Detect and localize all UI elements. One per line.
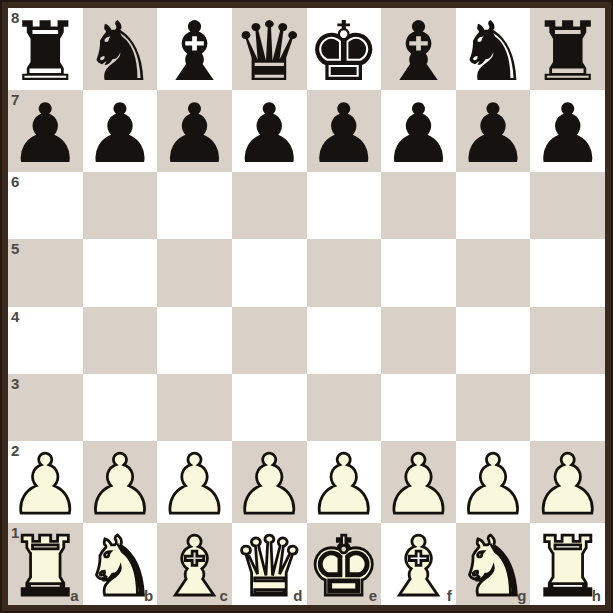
- square-b2[interactable]: ♟: [83, 441, 158, 523]
- square-c8[interactable]: ♝: [157, 8, 232, 90]
- square-c1[interactable]: c♝: [157, 523, 232, 605]
- piece-white-bishop-f1[interactable]: ♝: [382, 526, 456, 608]
- square-e4[interactable]: [307, 307, 382, 374]
- piece-white-pawn-a2[interactable]: ♟: [9, 444, 83, 526]
- piece-black-pawn-f7[interactable]: ♟: [382, 93, 456, 175]
- square-g7[interactable]: ♟: [456, 90, 531, 172]
- square-b3[interactable]: [83, 374, 158, 441]
- square-h2[interactable]: ♟: [530, 441, 605, 523]
- piece-white-pawn-c2[interactable]: ♟: [158, 444, 232, 526]
- piece-white-knight-b1[interactable]: ♞: [83, 526, 157, 608]
- square-c2[interactable]: ♟: [157, 441, 232, 523]
- square-c5[interactable]: [157, 239, 232, 306]
- piece-black-knight-b8[interactable]: ♞: [83, 11, 157, 93]
- square-b6[interactable]: [83, 172, 158, 239]
- square-g1[interactable]: g♞: [456, 523, 531, 605]
- square-c6[interactable]: [157, 172, 232, 239]
- square-f2[interactable]: ♟: [381, 441, 456, 523]
- square-a7[interactable]: 7♟: [8, 90, 83, 172]
- square-a4[interactable]: 4: [8, 307, 83, 374]
- square-d4[interactable]: [232, 307, 307, 374]
- piece-white-queen-d1[interactable]: ♛: [232, 526, 306, 608]
- square-h4[interactable]: [530, 307, 605, 374]
- piece-white-pawn-d2[interactable]: ♟: [232, 444, 306, 526]
- square-h1[interactable]: h♜: [530, 523, 605, 605]
- square-e6[interactable]: [307, 172, 382, 239]
- piece-black-bishop-c8[interactable]: ♝: [158, 11, 232, 93]
- square-d2[interactable]: ♟: [232, 441, 307, 523]
- piece-black-pawn-g7[interactable]: ♟: [456, 93, 530, 175]
- piece-black-rook-h8[interactable]: ♜: [531, 11, 605, 93]
- square-b8[interactable]: ♞: [83, 8, 158, 90]
- square-a8[interactable]: 8♜: [8, 8, 83, 90]
- rank-label-6: 6: [11, 174, 19, 189]
- piece-black-pawn-a7[interactable]: ♟: [9, 93, 83, 175]
- piece-white-pawn-g2[interactable]: ♟: [456, 444, 530, 526]
- piece-white-pawn-h2[interactable]: ♟: [531, 444, 605, 526]
- square-a1[interactable]: 1a♜: [8, 523, 83, 605]
- board-frame-inner: 8♜♞♝♛♚♝♞♜7♟♟♟♟♟♟♟♟65432♟♟♟♟♟♟♟♟1a♜b♞c♝d♛…: [2, 2, 611, 611]
- square-e2[interactable]: ♟: [307, 441, 382, 523]
- square-h8[interactable]: ♜: [530, 8, 605, 90]
- piece-white-pawn-e2[interactable]: ♟: [307, 444, 381, 526]
- square-g5[interactable]: [456, 239, 531, 306]
- square-a3[interactable]: 3: [8, 374, 83, 441]
- square-b5[interactable]: [83, 239, 158, 306]
- square-d7[interactable]: ♟: [232, 90, 307, 172]
- piece-black-rook-a8[interactable]: ♜: [9, 11, 83, 93]
- square-c7[interactable]: ♟: [157, 90, 232, 172]
- piece-black-pawn-e7[interactable]: ♟: [307, 93, 381, 175]
- square-a6[interactable]: 6: [8, 172, 83, 239]
- square-f6[interactable]: [381, 172, 456, 239]
- chess-board: 8♜♞♝♛♚♝♞♜7♟♟♟♟♟♟♟♟65432♟♟♟♟♟♟♟♟1a♜b♞c♝d♛…: [8, 8, 605, 605]
- piece-black-pawn-d7[interactable]: ♟: [232, 93, 306, 175]
- square-e8[interactable]: ♚: [307, 8, 382, 90]
- square-b4[interactable]: [83, 307, 158, 374]
- piece-black-pawn-b7[interactable]: ♟: [83, 93, 157, 175]
- rank-label-3: 3: [11, 376, 19, 391]
- piece-white-rook-h1[interactable]: ♜: [531, 526, 605, 608]
- square-f3[interactable]: [381, 374, 456, 441]
- piece-white-bishop-c1[interactable]: ♝: [158, 526, 232, 608]
- piece-black-pawn-h7[interactable]: ♟: [531, 93, 605, 175]
- piece-white-knight-g1[interactable]: ♞: [456, 526, 530, 608]
- piece-black-queen-d8[interactable]: ♛: [232, 11, 306, 93]
- square-d3[interactable]: [232, 374, 307, 441]
- square-c3[interactable]: [157, 374, 232, 441]
- piece-black-bishop-f8[interactable]: ♝: [382, 11, 456, 93]
- square-f4[interactable]: [381, 307, 456, 374]
- square-d8[interactable]: ♛: [232, 8, 307, 90]
- square-g3[interactable]: [456, 374, 531, 441]
- square-g6[interactable]: [456, 172, 531, 239]
- board-frame: 8♜♞♝♛♚♝♞♜7♟♟♟♟♟♟♟♟65432♟♟♟♟♟♟♟♟1a♜b♞c♝d♛…: [0, 0, 613, 613]
- square-g8[interactable]: ♞: [456, 8, 531, 90]
- piece-black-king-e8[interactable]: ♚: [307, 11, 381, 93]
- square-h7[interactable]: ♟: [530, 90, 605, 172]
- piece-black-pawn-c7[interactable]: ♟: [158, 93, 232, 175]
- square-b7[interactable]: ♟: [83, 90, 158, 172]
- rank-label-5: 5: [11, 241, 19, 256]
- square-a2[interactable]: 2♟: [8, 441, 83, 523]
- square-f7[interactable]: ♟: [381, 90, 456, 172]
- square-e3[interactable]: [307, 374, 382, 441]
- square-c4[interactable]: [157, 307, 232, 374]
- square-h6[interactable]: [530, 172, 605, 239]
- square-g2[interactable]: ♟: [456, 441, 531, 523]
- square-g4[interactable]: [456, 307, 531, 374]
- square-e1[interactable]: e♚: [307, 523, 382, 605]
- square-d6[interactable]: [232, 172, 307, 239]
- square-e5[interactable]: [307, 239, 382, 306]
- square-h3[interactable]: [530, 374, 605, 441]
- square-h5[interactable]: [530, 239, 605, 306]
- square-f1[interactable]: f♝: [381, 523, 456, 605]
- piece-white-pawn-b2[interactable]: ♟: [83, 444, 157, 526]
- square-b1[interactable]: b♞: [83, 523, 158, 605]
- piece-white-rook-a1[interactable]: ♜: [9, 526, 83, 608]
- square-a5[interactable]: 5: [8, 239, 83, 306]
- piece-white-king-e1[interactable]: ♚: [307, 526, 381, 608]
- square-f8[interactable]: ♝: [381, 8, 456, 90]
- piece-white-pawn-f2[interactable]: ♟: [382, 444, 456, 526]
- square-d1[interactable]: d♛: [232, 523, 307, 605]
- square-e7[interactable]: ♟: [307, 90, 382, 172]
- rank-label-4: 4: [11, 309, 19, 324]
- piece-black-knight-g8[interactable]: ♞: [456, 11, 530, 93]
- square-f5[interactable]: [381, 239, 456, 306]
- square-d5[interactable]: [232, 239, 307, 306]
